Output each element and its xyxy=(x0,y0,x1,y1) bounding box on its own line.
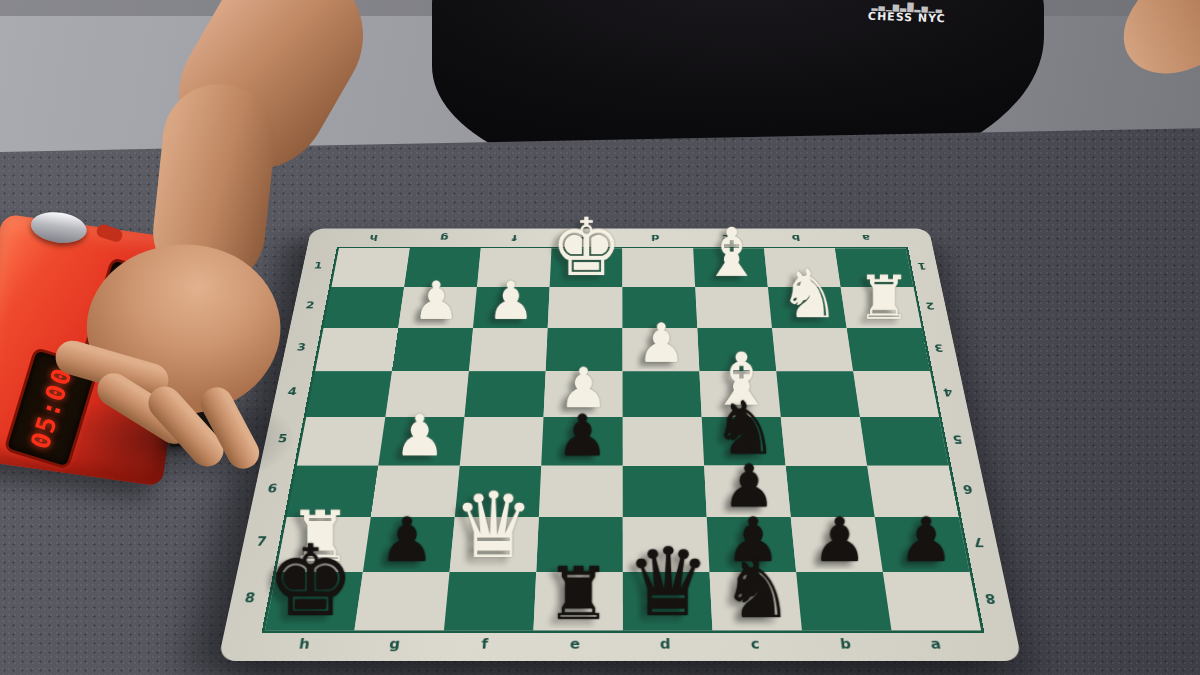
white-bishop-c1[interactable]: ♝ xyxy=(701,222,761,286)
square-b2[interactable]: ♞ xyxy=(768,287,847,328)
square-d6[interactable] xyxy=(623,466,707,518)
white-knight-b2[interactable]: ♞ xyxy=(779,262,839,326)
square-a3[interactable] xyxy=(847,328,930,371)
square-f3[interactable] xyxy=(469,328,548,371)
board-squares: ♚♝♟♟♞♜♟♟♝♟♟♞♟♜♟♛♟♟♟♚♜♛♞ xyxy=(261,247,984,633)
coord-label-e: e xyxy=(529,628,620,661)
square-b8[interactable] xyxy=(796,572,891,630)
coord-label-h: h xyxy=(337,229,410,247)
coord-label-d: d xyxy=(620,628,711,661)
square-d5[interactable] xyxy=(623,417,705,466)
coord-label-g: g xyxy=(347,628,441,661)
white-pawn-g5[interactable]: ♟ xyxy=(394,409,445,463)
square-d3[interactable]: ♟ xyxy=(622,328,699,371)
file-labels-bottom: hgfedcba xyxy=(256,628,984,661)
square-c2[interactable] xyxy=(695,287,772,328)
square-e8[interactable]: ♜ xyxy=(533,572,623,630)
square-d4[interactable] xyxy=(623,371,702,417)
square-a2[interactable]: ♜ xyxy=(841,287,922,328)
square-h2[interactable] xyxy=(323,287,404,328)
coord-label-f: f xyxy=(478,229,550,247)
square-a4[interactable] xyxy=(853,371,939,417)
square-f8[interactable] xyxy=(444,572,536,630)
coord-label-d: d xyxy=(620,229,691,247)
square-c1[interactable]: ♝ xyxy=(693,248,768,287)
square-d8[interactable]: ♛ xyxy=(623,572,713,630)
square-a8[interactable] xyxy=(883,572,981,630)
black-king-h8[interactable]: ♚ xyxy=(266,535,354,628)
square-e2[interactable] xyxy=(548,287,623,328)
square-h5[interactable] xyxy=(297,417,385,466)
square-b7[interactable]: ♟ xyxy=(791,517,883,572)
white-king-e1[interactable]: ♚ xyxy=(550,210,622,286)
white-pawn-f2[interactable]: ♟ xyxy=(487,276,534,326)
coord-label-b: b xyxy=(799,628,893,661)
black-rook-e8[interactable]: ♜ xyxy=(546,559,611,628)
coord-label-a: a xyxy=(888,628,984,661)
black-knight-c8[interactable]: ♞ xyxy=(721,551,793,628)
square-f4[interactable] xyxy=(464,371,545,417)
square-g3[interactable] xyxy=(392,328,473,371)
square-b5[interactable] xyxy=(781,417,867,466)
white-pawn-d3[interactable]: ♟ xyxy=(637,318,685,369)
black-pawn-e5[interactable]: ♟ xyxy=(556,409,607,463)
square-g8[interactable] xyxy=(354,572,449,630)
white-pawn-g2[interactable]: ♟ xyxy=(412,276,459,326)
coord-label-f: f xyxy=(438,628,531,661)
square-d1[interactable] xyxy=(622,248,695,287)
chess-board: hgfedcba hgfedcba 12345678 12345678 ♚♝♟♟… xyxy=(218,229,1022,661)
square-f7[interactable]: ♛ xyxy=(450,517,539,572)
square-g7[interactable]: ♟ xyxy=(363,517,455,572)
scene: ▂▄▁▆▃█▂▅▁▃ CHESS NYC hgfedcba hgfedcba 1… xyxy=(0,0,1200,675)
square-a7[interactable]: ♟ xyxy=(875,517,970,572)
square-g2[interactable]: ♟ xyxy=(398,287,477,328)
coord-label-a: a xyxy=(830,229,903,247)
square-f2[interactable]: ♟ xyxy=(473,287,550,328)
square-b3[interactable] xyxy=(772,328,853,371)
black-pawn-g7[interactable]: ♟ xyxy=(379,512,434,570)
black-pawn-a7[interactable]: ♟ xyxy=(898,512,953,570)
coord-label-b: b xyxy=(760,229,833,247)
coord-label-h: h xyxy=(256,628,352,661)
square-a5[interactable] xyxy=(860,417,949,466)
coord-label-g: g xyxy=(408,229,481,247)
square-e5[interactable]: ♟ xyxy=(541,417,622,466)
black-pawn-b7[interactable]: ♟ xyxy=(812,512,867,570)
square-h8[interactable]: ♚ xyxy=(265,572,363,630)
square-g5[interactable]: ♟ xyxy=(378,417,464,466)
board-mat: hgfedcba hgfedcba 12345678 12345678 ♚♝♟♟… xyxy=(218,229,1022,661)
white-queen-f7[interactable]: ♛ xyxy=(452,483,534,570)
square-e1[interactable]: ♚ xyxy=(550,248,623,287)
square-e6[interactable] xyxy=(539,466,623,518)
square-b4[interactable] xyxy=(776,371,860,417)
square-h3[interactable] xyxy=(315,328,398,371)
square-f5[interactable] xyxy=(460,417,544,466)
square-h1[interactable] xyxy=(331,248,409,287)
black-queen-d8[interactable]: ♛ xyxy=(625,538,710,628)
coord-label-c: c xyxy=(709,628,802,661)
white-rook-a2[interactable]: ♜ xyxy=(857,269,911,327)
square-c8[interactable]: ♞ xyxy=(710,572,802,630)
square-h4[interactable] xyxy=(306,371,392,417)
